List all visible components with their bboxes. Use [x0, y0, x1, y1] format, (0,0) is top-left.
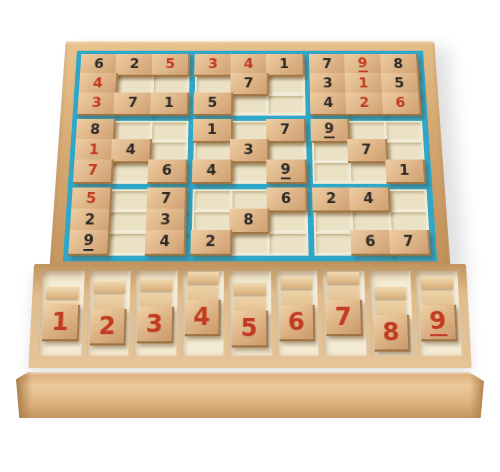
cell-r8c2[interactable]: [111, 212, 148, 232]
cell-r9c3[interactable]: 4: [148, 234, 185, 254]
tile-digit: 5: [240, 316, 257, 340]
tile-digit: 6: [281, 192, 291, 206]
number-tile-5[interactable]: 5: [194, 92, 233, 115]
number-tile-3[interactable]: 3: [230, 139, 270, 163]
cell-r7c9[interactable]: [389, 191, 426, 210]
tile-digit: 3: [323, 77, 333, 90]
cell-r1c4[interactable]: 3: [197, 57, 231, 74]
cell-r7c7[interactable]: 2: [315, 191, 351, 210]
number-tile-2[interactable]: 2: [89, 309, 126, 346]
drawer-slot-5[interactable]: 55: [229, 271, 272, 356]
tile-digit: 3: [146, 312, 164, 336]
sudoku-box-1: 6254371: [78, 56, 190, 116]
number-tile-5[interactable]: 5: [151, 54, 190, 76]
stacked-tile-edge[interactable]: [281, 277, 313, 289]
tile-stack: 33: [136, 271, 176, 343]
cell-r5c5[interactable]: 3: [232, 143, 267, 162]
cell-r4c8[interactable]: [349, 123, 384, 141]
number-tile-7[interactable]: 7: [347, 139, 388, 163]
tile-digit: 4: [125, 144, 136, 157]
tile-digit: 2: [129, 58, 139, 70]
cell-r6c2[interactable]: [113, 163, 149, 182]
tile-digit: 7: [403, 235, 414, 249]
tile-digit: 9: [324, 122, 334, 138]
number-tile-3[interactable]: 3: [195, 54, 234, 76]
sudoku-box-3: 798315426: [310, 56, 422, 116]
cell-r4c1[interactable]: 8: [79, 123, 115, 141]
tile-stack: 77: [324, 271, 363, 336]
tile-digit: 4: [193, 305, 210, 329]
drawer-slot-4[interactable]: 44: [181, 271, 224, 356]
sudoku-box-9: 2467: [313, 189, 431, 255]
number-tile-2[interactable]: 2: [191, 230, 232, 256]
number-tile-2[interactable]: 2: [312, 187, 353, 212]
number-tile-6[interactable]: 6: [350, 230, 392, 256]
cell-r9c1[interactable]: 9: [71, 234, 108, 254]
tile-stack: 99: [418, 271, 459, 341]
number-tile-9[interactable]: 9: [310, 119, 350, 143]
cell-r2c6[interactable]: [269, 76, 303, 94]
cell-r3c3[interactable]: 1: [153, 96, 188, 114]
drawer-slot-6[interactable]: 66: [276, 271, 319, 356]
cell-r8c7[interactable]: [315, 212, 351, 232]
cell-r7c6[interactable]: 6: [270, 191, 306, 210]
number-tile-3[interactable]: 3: [137, 307, 174, 344]
tile-digit: 5: [394, 77, 404, 90]
cell-r8c9[interactable]: [390, 212, 427, 232]
tile-stack: 44: [183, 271, 222, 336]
tile-digit: 6: [288, 310, 305, 334]
tile-digit: 6: [94, 58, 104, 70]
number-tile-7[interactable]: 7: [326, 300, 363, 336]
tile-digit: 8: [90, 123, 101, 136]
cell-r7c1[interactable]: 5: [74, 191, 111, 210]
tile-digit: 4: [159, 235, 170, 249]
drawer-slot-1[interactable]: 1: [38, 271, 84, 356]
number-tile-4[interactable]: 4: [145, 230, 187, 256]
tile-digit: 2: [326, 192, 337, 206]
sudoku-game-scene: 6254371341757983154268147617349971572394…: [0, 0, 500, 472]
cell-r6c9[interactable]: 1: [388, 163, 424, 182]
tile-digit: 9: [429, 308, 447, 335]
number-tile-7[interactable]: 7: [388, 230, 430, 256]
tile-digit: 1: [51, 310, 69, 334]
cell-r5c8[interactable]: 7: [350, 143, 386, 162]
tile-digit: 2: [359, 97, 369, 110]
tile-digit: 1: [279, 58, 289, 70]
cell-r6c7[interactable]: [314, 163, 350, 182]
tile-digit: 8: [382, 320, 400, 344]
tile-digit: 2: [205, 235, 216, 249]
cell-r4c2[interactable]: [115, 123, 150, 141]
tile-stack: 1: [41, 271, 82, 341]
cell-r8c4[interactable]: [194, 212, 230, 232]
sudoku-box-2: 34175: [195, 56, 306, 116]
tile-digit: 5: [165, 58, 175, 70]
cell-r7c8[interactable]: 4: [352, 191, 388, 210]
sudoku-box-7: 572394: [69, 189, 187, 255]
drawer-slot-7[interactable]: 77: [322, 271, 366, 356]
cell-r9c9[interactable]: 7: [391, 234, 428, 254]
number-tile-9[interactable]: 9: [267, 160, 307, 184]
sudoku-grid: 6254371341757983154268147617349971572394…: [69, 56, 431, 256]
cell-r7c4[interactable]: [195, 191, 231, 210]
number-tile-1[interactable]: 1: [42, 305, 80, 342]
tile-digit: 9: [280, 163, 290, 179]
cell-r4c7[interactable]: 9: [313, 123, 348, 141]
number-tile-4[interactable]: 4: [349, 187, 390, 212]
cell-r9c7[interactable]: [316, 234, 353, 254]
tile-stack: 88: [371, 271, 412, 352]
sudoku-box-8: 682: [192, 189, 309, 255]
tile-stack: 22: [88, 271, 129, 345]
cell-r7c2[interactable]: [112, 191, 148, 210]
number-tile-9[interactable]: 9: [420, 305, 458, 342]
cell-r9c2[interactable]: [109, 234, 146, 254]
drawer-slot-8[interactable]: 88: [369, 271, 414, 356]
cell-r8c5[interactable]: 8: [232, 212, 268, 232]
tile-digit: 4: [363, 192, 374, 206]
number-tile-7[interactable]: 7: [114, 92, 154, 115]
cell-r6c6[interactable]: 9: [269, 163, 304, 182]
stacked-tile-edge[interactable]: [140, 279, 172, 291]
cell-r3c2[interactable]: 7: [117, 96, 152, 114]
number-tile-4[interactable]: 4: [184, 300, 220, 336]
number-tile-1[interactable]: 1: [193, 119, 233, 143]
tile-digit: 7: [280, 123, 290, 136]
tile-digit: 7: [244, 77, 254, 90]
tile-digit: 4: [206, 164, 216, 178]
stacked-tile-edge[interactable]: [46, 287, 78, 299]
tile-digit: 3: [208, 58, 218, 70]
tile-digit: 7: [161, 192, 172, 206]
cell-r9c6[interactable]: [270, 234, 306, 254]
tile-digit: 8: [243, 213, 253, 227]
cell-r8c8[interactable]: [353, 212, 390, 232]
cell-r3c8[interactable]: 2: [348, 96, 383, 114]
cell-r5c9[interactable]: [387, 143, 423, 162]
drawer-slots: 12233445566778899: [38, 271, 462, 356]
tile-digit: 2: [84, 213, 95, 227]
number-tile-1[interactable]: 1: [385, 160, 426, 184]
tile-digit: 1: [89, 144, 100, 157]
number-tile-6[interactable]: 6: [381, 92, 421, 115]
number-tile-2[interactable]: 2: [116, 54, 155, 76]
number-tile-4[interactable]: 4: [111, 139, 152, 163]
drawer-slot-3[interactable]: 33: [133, 271, 177, 356]
tile-stack: 55: [231, 271, 269, 348]
number-tile-1[interactable]: 1: [266, 54, 305, 76]
number-tile-7[interactable]: 7: [230, 73, 269, 96]
number-tile-6[interactable]: 6: [267, 187, 308, 212]
cell-r5c1[interactable]: 1: [77, 143, 113, 162]
cell-r8c1[interactable]: 2: [73, 212, 110, 232]
cell-r6c3[interactable]: 6: [150, 163, 186, 182]
tile-digit: 7: [322, 58, 332, 70]
sudoku-box-4: 81476: [74, 121, 189, 184]
sudoku-board: 6254371341757983154268147617349971572394…: [49, 41, 451, 274]
stacked-tile-edge[interactable]: [327, 272, 359, 284]
tile-digit: 1: [164, 97, 174, 110]
cell-r9c5[interactable]: [232, 234, 268, 254]
tile-digit: 1: [399, 164, 410, 178]
tile-digit: 6: [365, 235, 376, 249]
cell-r3c1[interactable]: 3: [80, 96, 115, 114]
cell-r3c5[interactable]: [233, 96, 267, 114]
cell-r3c7[interactable]: 4: [312, 96, 347, 114]
tile-digit: 7: [335, 305, 352, 329]
cell-r5c2[interactable]: 4: [114, 143, 150, 162]
tile-digit: 4: [244, 58, 254, 70]
cell-r3c9[interactable]: 6: [384, 96, 419, 114]
sudoku-box-6: 971: [311, 121, 426, 184]
tile-stack: 66: [278, 271, 317, 341]
cell-r1c3[interactable]: 5: [154, 57, 188, 74]
tile-digit: 5: [207, 97, 217, 110]
cell-r5c7[interactable]: [314, 143, 349, 162]
cell-r6c1[interactable]: 7: [76, 163, 112, 182]
cell-r6c5[interactable]: [232, 163, 267, 182]
tile-digit: 2: [98, 314, 116, 338]
tile-digit: 6: [162, 164, 172, 178]
number-tile-2[interactable]: 2: [345, 92, 385, 115]
cell-r5c3[interactable]: [151, 143, 186, 162]
cell-r1c6[interactable]: 1: [269, 57, 303, 74]
board-blue-mat: 6254371341757983154268147617349971572394…: [63, 51, 437, 262]
drawer-slot-9[interactable]: 99: [416, 271, 462, 356]
tile-digit: 1: [207, 123, 217, 136]
tile-digit: 8: [393, 58, 403, 70]
stacked-tile-edge[interactable]: [93, 281, 125, 293]
number-tile-4[interactable]: 4: [310, 92, 350, 115]
cell-r7c3[interactable]: 7: [149, 191, 185, 210]
tile-drawer[interactable]: 12233445566778899: [28, 264, 471, 368]
number-tile-7[interactable]: 7: [266, 119, 306, 143]
cell-r6c4[interactable]: 4: [195, 163, 230, 182]
number-tile-9[interactable]: 9: [68, 230, 110, 256]
cell-r5c4[interactable]: [196, 143, 231, 162]
tile-digit: 3: [244, 144, 254, 157]
tile-digit: 9: [83, 233, 94, 250]
number-tile-8[interactable]: 8: [229, 209, 270, 234]
number-tile-8[interactable]: 8: [373, 315, 410, 352]
tile-digit: 6: [395, 97, 406, 110]
cell-r5c6[interactable]: [269, 143, 304, 162]
number-tile-6[interactable]: 6: [279, 305, 316, 342]
number-tile-1[interactable]: 1: [150, 92, 190, 115]
number-tile-4[interactable]: 4: [192, 160, 232, 184]
number-tile-7[interactable]: 7: [73, 160, 114, 184]
stacked-tile-edge[interactable]: [187, 272, 219, 284]
stacked-tile-edge[interactable]: [421, 277, 453, 289]
cell-r4c9[interactable]: [386, 123, 422, 141]
number-tile-5[interactable]: 5: [232, 311, 268, 348]
tile-digit: 9: [358, 57, 368, 72]
cell-r8c3[interactable]: 3: [148, 212, 184, 232]
sudoku-box-5: 17349: [193, 121, 307, 184]
stacked-tile-edge[interactable]: [375, 287, 407, 299]
tile-digit: 3: [91, 97, 102, 110]
cell-r1c2[interactable]: 2: [118, 57, 153, 74]
tile-digit: 7: [87, 164, 98, 178]
cell-r3c4[interactable]: 5: [197, 96, 231, 114]
cell-r8c6[interactable]: [270, 212, 306, 232]
cell-r2c5[interactable]: 7: [233, 76, 267, 94]
cell-r3c6[interactable]: [269, 96, 303, 114]
cell-r7c5[interactable]: [232, 191, 268, 210]
cell-r9c8[interactable]: 6: [354, 234, 391, 254]
cell-r4c6[interactable]: 7: [269, 123, 304, 141]
tile-digit: 4: [93, 77, 103, 90]
tile-digit: 4: [323, 97, 333, 110]
drawer-slot-2[interactable]: 22: [86, 271, 131, 356]
drawer-front-handle[interactable]: [16, 372, 484, 418]
cell-r9c4[interactable]: 2: [194, 234, 230, 254]
cell-r4c4[interactable]: 1: [196, 123, 231, 141]
cell-r6c8[interactable]: [351, 163, 387, 182]
tile-digit: 1: [358, 77, 368, 90]
number-tile-3[interactable]: 3: [77, 92, 117, 115]
stacked-tile-edge[interactable]: [234, 283, 266, 295]
tile-digit: 5: [86, 192, 97, 206]
board-wooden-frame: 6254371341757983154268147617349971572394…: [49, 41, 451, 274]
drawer-tray: 12233445566778899: [28, 264, 471, 368]
number-tile-6[interactable]: 6: [147, 160, 188, 184]
tile-digit: 7: [128, 97, 138, 110]
tile-digit: 3: [160, 213, 171, 227]
tile-digit: 7: [361, 144, 372, 157]
cell-r4c5[interactable]: [233, 123, 268, 141]
cell-r4c3[interactable]: [152, 123, 187, 141]
